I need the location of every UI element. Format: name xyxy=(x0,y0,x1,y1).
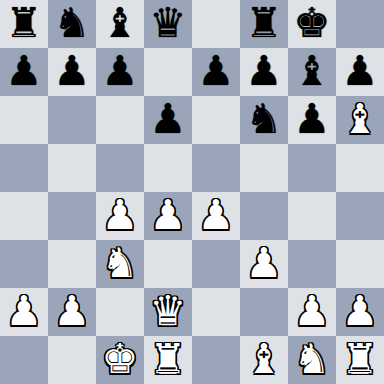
white-pawn-piece[interactable]: ♟ xyxy=(150,192,187,239)
square-b7[interactable]: ♟ xyxy=(48,48,96,96)
square-d2[interactable]: ♛ xyxy=(144,288,192,336)
square-g6[interactable]: ♟ xyxy=(288,96,336,144)
square-f4[interactable] xyxy=(240,192,288,240)
square-b1[interactable] xyxy=(48,336,96,384)
black-pawn-piece[interactable]: ♟ xyxy=(342,48,379,95)
black-pawn-piece[interactable]: ♟ xyxy=(6,48,43,95)
square-h1[interactable]: ♜ xyxy=(336,336,384,384)
square-b3[interactable] xyxy=(48,240,96,288)
square-g1[interactable]: ♞ xyxy=(288,336,336,384)
square-d1[interactable]: ♜ xyxy=(144,336,192,384)
square-d7[interactable] xyxy=(144,48,192,96)
white-knight-piece[interactable]: ♞ xyxy=(294,336,331,383)
square-c2[interactable] xyxy=(96,288,144,336)
black-rook-piece[interactable]: ♜ xyxy=(6,0,43,47)
black-pawn-piece[interactable]: ♟ xyxy=(198,48,235,95)
black-bishop-piece[interactable]: ♝ xyxy=(102,0,139,47)
square-a1[interactable] xyxy=(0,336,48,384)
square-f8[interactable]: ♜ xyxy=(240,0,288,48)
white-pawn-piece[interactable]: ♟ xyxy=(198,192,235,239)
square-h8[interactable] xyxy=(336,0,384,48)
black-king-piece[interactable]: ♚ xyxy=(294,0,331,47)
white-rook-piece[interactable]: ♜ xyxy=(342,336,379,383)
black-bishop-piece[interactable]: ♝ xyxy=(294,48,331,95)
black-knight-piece[interactable]: ♞ xyxy=(246,96,283,143)
black-pawn-piece[interactable]: ♟ xyxy=(294,96,331,143)
square-a5[interactable] xyxy=(0,144,48,192)
white-pawn-piece[interactable]: ♟ xyxy=(342,288,379,335)
square-e3[interactable] xyxy=(192,240,240,288)
square-f3[interactable]: ♟ xyxy=(240,240,288,288)
white-pawn-piece[interactable]: ♟ xyxy=(102,192,139,239)
square-d4[interactable]: ♟ xyxy=(144,192,192,240)
square-h7[interactable]: ♟ xyxy=(336,48,384,96)
square-a2[interactable]: ♟ xyxy=(0,288,48,336)
square-g7[interactable]: ♝ xyxy=(288,48,336,96)
white-bishop-piece[interactable]: ♝ xyxy=(246,336,283,383)
black-rook-piece[interactable]: ♜ xyxy=(246,0,283,47)
black-knight-piece[interactable]: ♞ xyxy=(54,0,91,47)
square-f1[interactable]: ♝ xyxy=(240,336,288,384)
square-c7[interactable]: ♟ xyxy=(96,48,144,96)
square-f6[interactable]: ♞ xyxy=(240,96,288,144)
square-e5[interactable] xyxy=(192,144,240,192)
square-f7[interactable]: ♟ xyxy=(240,48,288,96)
square-d3[interactable] xyxy=(144,240,192,288)
square-e6[interactable] xyxy=(192,96,240,144)
square-c5[interactable] xyxy=(96,144,144,192)
white-queen-piece[interactable]: ♛ xyxy=(150,288,187,335)
square-h5[interactable] xyxy=(336,144,384,192)
square-a7[interactable]: ♟ xyxy=(0,48,48,96)
square-e8[interactable] xyxy=(192,0,240,48)
white-pawn-piece[interactable]: ♟ xyxy=(246,240,283,287)
square-b5[interactable] xyxy=(48,144,96,192)
black-queen-piece[interactable]: ♛ xyxy=(150,0,187,47)
square-a4[interactable] xyxy=(0,192,48,240)
white-pawn-piece[interactable]: ♟ xyxy=(54,288,91,335)
square-d6[interactable]: ♟ xyxy=(144,96,192,144)
white-king-piece[interactable]: ♚ xyxy=(102,336,139,383)
square-b2[interactable]: ♟ xyxy=(48,288,96,336)
square-g5[interactable] xyxy=(288,144,336,192)
square-e2[interactable] xyxy=(192,288,240,336)
square-g8[interactable]: ♚ xyxy=(288,0,336,48)
square-h4[interactable] xyxy=(336,192,384,240)
square-a8[interactable]: ♜ xyxy=(0,0,48,48)
square-d8[interactable]: ♛ xyxy=(144,0,192,48)
square-e1[interactable] xyxy=(192,336,240,384)
square-c4[interactable]: ♟ xyxy=(96,192,144,240)
black-pawn-piece[interactable]: ♟ xyxy=(150,96,187,143)
square-a6[interactable] xyxy=(0,96,48,144)
white-knight-piece[interactable]: ♞ xyxy=(102,240,139,287)
square-a3[interactable] xyxy=(0,240,48,288)
black-pawn-piece[interactable]: ♟ xyxy=(246,48,283,95)
white-bishop-piece[interactable]: ♝ xyxy=(342,96,379,143)
square-h6[interactable]: ♝ xyxy=(336,96,384,144)
square-e7[interactable]: ♟ xyxy=(192,48,240,96)
square-e4[interactable]: ♟ xyxy=(192,192,240,240)
square-b8[interactable]: ♞ xyxy=(48,0,96,48)
square-c8[interactable]: ♝ xyxy=(96,0,144,48)
black-pawn-piece[interactable]: ♟ xyxy=(54,48,91,95)
square-f5[interactable] xyxy=(240,144,288,192)
square-c3[interactable]: ♞ xyxy=(96,240,144,288)
white-rook-piece[interactable]: ♜ xyxy=(150,336,187,383)
square-g2[interactable]: ♟ xyxy=(288,288,336,336)
square-b6[interactable] xyxy=(48,96,96,144)
chess-board: ♜♞♝♛♜♚♟♟♟♟♟♝♟♟♞♟♝♟♟♟♞♟♟♟♛♟♟♚♜♝♞♜ xyxy=(0,0,384,384)
square-b4[interactable] xyxy=(48,192,96,240)
white-pawn-piece[interactable]: ♟ xyxy=(294,288,331,335)
square-f2[interactable] xyxy=(240,288,288,336)
square-g3[interactable] xyxy=(288,240,336,288)
white-pawn-piece[interactable]: ♟ xyxy=(6,288,43,335)
square-g4[interactable] xyxy=(288,192,336,240)
square-c6[interactable] xyxy=(96,96,144,144)
square-c1[interactable]: ♚ xyxy=(96,336,144,384)
square-d5[interactable] xyxy=(144,144,192,192)
square-h2[interactable]: ♟ xyxy=(336,288,384,336)
square-h3[interactable] xyxy=(336,240,384,288)
black-pawn-piece[interactable]: ♟ xyxy=(102,48,139,95)
